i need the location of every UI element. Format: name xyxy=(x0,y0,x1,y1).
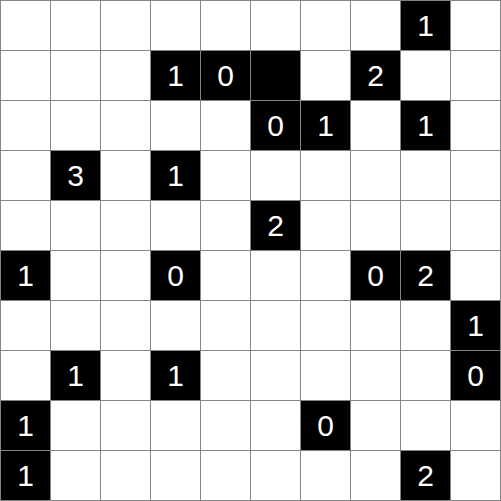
cell-r6c7[interactable] xyxy=(301,251,350,300)
cell-r9c5[interactable] xyxy=(201,401,250,450)
cell-r2c7[interactable] xyxy=(301,51,350,100)
cell-r9c1: 1 xyxy=(1,401,50,450)
cell-r10c3[interactable] xyxy=(101,451,150,500)
cell-r5c1[interactable] xyxy=(1,201,50,250)
cell-r2c10[interactable] xyxy=(451,51,500,100)
cell-r7c2[interactable] xyxy=(51,301,100,350)
cell-r2c1[interactable] xyxy=(1,51,50,100)
cell-r6c6[interactable] xyxy=(251,251,300,300)
cell-r9c9[interactable] xyxy=(401,401,450,450)
cell-r10c8[interactable] xyxy=(351,451,400,500)
cell-r6c4: 0 xyxy=(151,251,200,300)
cell-r10c2[interactable] xyxy=(51,451,100,500)
cell-r3c2[interactable] xyxy=(51,101,100,150)
cell-r7c6[interactable] xyxy=(251,301,300,350)
cell-r1c8[interactable] xyxy=(351,1,400,50)
cell-r8c1[interactable] xyxy=(1,351,50,400)
cell-r3c1[interactable] xyxy=(1,101,50,150)
cell-r2c3[interactable] xyxy=(101,51,150,100)
cell-r4c3[interactable] xyxy=(101,151,150,200)
cell-r4c10[interactable] xyxy=(451,151,500,200)
cell-r7c5[interactable] xyxy=(201,301,250,350)
cell-r2c6 xyxy=(251,51,300,100)
cell-r3c5[interactable] xyxy=(201,101,250,150)
cell-r3c7: 1 xyxy=(301,101,350,150)
cell-r7c10: 1 xyxy=(451,301,500,350)
cell-r1c7[interactable] xyxy=(301,1,350,50)
cell-r4c9[interactable] xyxy=(401,151,450,200)
cell-r8c2: 1 xyxy=(51,351,100,400)
cell-r3c10[interactable] xyxy=(451,101,500,150)
cell-r6c1: 1 xyxy=(1,251,50,300)
cell-r1c2[interactable] xyxy=(51,1,100,50)
cell-r9c3[interactable] xyxy=(101,401,150,450)
cell-r1c9: 1 xyxy=(401,1,450,50)
cell-r9c6[interactable] xyxy=(251,401,300,450)
cell-r7c3[interactable] xyxy=(101,301,150,350)
cell-r7c9[interactable] xyxy=(401,301,450,350)
cell-r8c10: 0 xyxy=(451,351,500,400)
cell-r7c7[interactable] xyxy=(301,301,350,350)
cell-r4c6[interactable] xyxy=(251,151,300,200)
cell-r9c7: 0 xyxy=(301,401,350,450)
cell-r9c8[interactable] xyxy=(351,401,400,450)
akari-puzzle-board: 1102011312100211101012 xyxy=(0,0,501,501)
cell-r8c8[interactable] xyxy=(351,351,400,400)
cell-r8c6[interactable] xyxy=(251,351,300,400)
cell-r10c10[interactable] xyxy=(451,451,500,500)
cell-r8c5[interactable] xyxy=(201,351,250,400)
cell-r5c6: 2 xyxy=(251,201,300,250)
cell-r9c2[interactable] xyxy=(51,401,100,450)
cell-r1c4[interactable] xyxy=(151,1,200,50)
cell-r10c4[interactable] xyxy=(151,451,200,500)
cell-r1c5[interactable] xyxy=(201,1,250,50)
cell-r5c9[interactable] xyxy=(401,201,450,250)
cell-r6c3[interactable] xyxy=(101,251,150,300)
cell-r10c1: 1 xyxy=(1,451,50,500)
cell-r4c8[interactable] xyxy=(351,151,400,200)
cell-r3c4[interactable] xyxy=(151,101,200,150)
cell-r3c6: 0 xyxy=(251,101,300,150)
cell-r7c8[interactable] xyxy=(351,301,400,350)
cell-r5c2[interactable] xyxy=(51,201,100,250)
cell-r5c3[interactable] xyxy=(101,201,150,250)
cell-r2c4: 1 xyxy=(151,51,200,100)
cell-r2c9[interactable] xyxy=(401,51,450,100)
cell-r7c4[interactable] xyxy=(151,301,200,350)
cell-r1c6[interactable] xyxy=(251,1,300,50)
cell-r2c2[interactable] xyxy=(51,51,100,100)
cell-r4c7[interactable] xyxy=(301,151,350,200)
cell-r6c8: 0 xyxy=(351,251,400,300)
cell-r8c4: 1 xyxy=(151,351,200,400)
cell-r4c4: 1 xyxy=(151,151,200,200)
cell-r8c9[interactable] xyxy=(401,351,450,400)
cell-r10c6[interactable] xyxy=(251,451,300,500)
cell-r5c4[interactable] xyxy=(151,201,200,250)
cell-r5c5[interactable] xyxy=(201,201,250,250)
cell-r10c5[interactable] xyxy=(201,451,250,500)
cell-r5c8[interactable] xyxy=(351,201,400,250)
cell-r9c4[interactable] xyxy=(151,401,200,450)
cell-r1c10[interactable] xyxy=(451,1,500,50)
cell-r3c9: 1 xyxy=(401,101,450,150)
cell-r4c1[interactable] xyxy=(1,151,50,200)
cell-r5c7[interactable] xyxy=(301,201,350,250)
cell-r3c8[interactable] xyxy=(351,101,400,150)
cell-r6c5[interactable] xyxy=(201,251,250,300)
cell-r2c8: 2 xyxy=(351,51,400,100)
cell-r6c2[interactable] xyxy=(51,251,100,300)
cell-r8c3[interactable] xyxy=(101,351,150,400)
cell-r7c1[interactable] xyxy=(1,301,50,350)
cell-r9c10[interactable] xyxy=(451,401,500,450)
cell-r2c5: 0 xyxy=(201,51,250,100)
cell-r1c1[interactable] xyxy=(1,1,50,50)
cell-r5c10[interactable] xyxy=(451,201,500,250)
cell-r4c2: 3 xyxy=(51,151,100,200)
cell-r6c10[interactable] xyxy=(451,251,500,300)
cell-r10c7[interactable] xyxy=(301,451,350,500)
cell-r3c3[interactable] xyxy=(101,101,150,150)
cell-r6c9: 2 xyxy=(401,251,450,300)
cell-r4c5[interactable] xyxy=(201,151,250,200)
cell-r1c3[interactable] xyxy=(101,1,150,50)
cell-r10c9: 2 xyxy=(401,451,450,500)
cell-r8c7[interactable] xyxy=(301,351,350,400)
